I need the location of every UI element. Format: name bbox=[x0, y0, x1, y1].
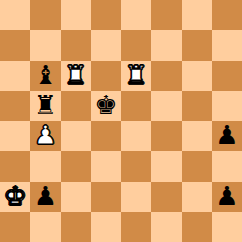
square-f4[interactable] bbox=[151, 121, 181, 151]
black-pawn: ♟ bbox=[34, 182, 57, 211]
square-c4[interactable] bbox=[61, 121, 91, 151]
square-c6[interactable]: ♜ bbox=[61, 61, 91, 91]
square-e5[interactable] bbox=[121, 91, 151, 121]
black-rook: ♜ bbox=[34, 91, 57, 120]
square-b8[interactable] bbox=[30, 0, 60, 30]
square-g2[interactable] bbox=[182, 182, 212, 212]
square-g3[interactable] bbox=[182, 151, 212, 181]
chess-board: ♝♜♜♜♚♟♟♚♟♟ bbox=[0, 0, 242, 242]
square-h2[interactable]: ♟ bbox=[212, 182, 242, 212]
square-a6[interactable] bbox=[0, 61, 30, 91]
square-d1[interactable] bbox=[91, 212, 121, 242]
square-a2[interactable]: ♚ bbox=[0, 182, 30, 212]
square-b4[interactable]: ♟ bbox=[30, 121, 60, 151]
square-a4[interactable] bbox=[0, 121, 30, 151]
square-d8[interactable] bbox=[91, 0, 121, 30]
square-h8[interactable] bbox=[212, 0, 242, 30]
square-e7[interactable] bbox=[121, 30, 151, 60]
square-d2[interactable] bbox=[91, 182, 121, 212]
square-h5[interactable] bbox=[212, 91, 242, 121]
black-king: ♚ bbox=[94, 91, 117, 120]
black-pawn: ♟ bbox=[215, 182, 238, 211]
square-b7[interactable] bbox=[30, 30, 60, 60]
square-b5[interactable]: ♜ bbox=[30, 91, 60, 121]
square-e2[interactable] bbox=[121, 182, 151, 212]
square-c2[interactable] bbox=[61, 182, 91, 212]
square-e4[interactable] bbox=[121, 121, 151, 151]
square-b6[interactable]: ♝ bbox=[30, 61, 60, 91]
square-g5[interactable] bbox=[182, 91, 212, 121]
square-f7[interactable] bbox=[151, 30, 181, 60]
square-c7[interactable] bbox=[61, 30, 91, 60]
square-d3[interactable] bbox=[91, 151, 121, 181]
square-f1[interactable] bbox=[151, 212, 181, 242]
square-c5[interactable] bbox=[61, 91, 91, 121]
square-c3[interactable] bbox=[61, 151, 91, 181]
square-c8[interactable] bbox=[61, 0, 91, 30]
square-h3[interactable] bbox=[212, 151, 242, 181]
square-d5[interactable]: ♚ bbox=[91, 91, 121, 121]
square-b1[interactable] bbox=[30, 212, 60, 242]
square-f2[interactable] bbox=[151, 182, 181, 212]
black-pawn: ♟ bbox=[215, 121, 238, 150]
square-f8[interactable] bbox=[151, 0, 181, 30]
square-f3[interactable] bbox=[151, 151, 181, 181]
square-b2[interactable]: ♟ bbox=[30, 182, 60, 212]
white-rook: ♜ bbox=[64, 61, 87, 90]
square-a1[interactable] bbox=[0, 212, 30, 242]
square-c1[interactable] bbox=[61, 212, 91, 242]
square-e3[interactable] bbox=[121, 151, 151, 181]
square-f5[interactable] bbox=[151, 91, 181, 121]
square-h6[interactable] bbox=[212, 61, 242, 91]
square-b3[interactable] bbox=[30, 151, 60, 181]
square-a5[interactable] bbox=[0, 91, 30, 121]
square-a3[interactable] bbox=[0, 151, 30, 181]
square-g4[interactable] bbox=[182, 121, 212, 151]
square-a8[interactable] bbox=[0, 0, 30, 30]
white-rook: ♜ bbox=[124, 61, 147, 90]
white-pawn: ♟ bbox=[34, 121, 57, 150]
square-f6[interactable] bbox=[151, 61, 181, 91]
black-bishop: ♝ bbox=[34, 61, 57, 90]
square-d4[interactable] bbox=[91, 121, 121, 151]
square-d6[interactable] bbox=[91, 61, 121, 91]
white-king: ♚ bbox=[3, 182, 26, 211]
square-g6[interactable] bbox=[182, 61, 212, 91]
square-e1[interactable] bbox=[121, 212, 151, 242]
square-h7[interactable] bbox=[212, 30, 242, 60]
square-g8[interactable] bbox=[182, 0, 212, 30]
square-h1[interactable] bbox=[212, 212, 242, 242]
square-a7[interactable] bbox=[0, 30, 30, 60]
square-e6[interactable]: ♜ bbox=[121, 61, 151, 91]
square-h4[interactable]: ♟ bbox=[212, 121, 242, 151]
square-g7[interactable] bbox=[182, 30, 212, 60]
square-g1[interactable] bbox=[182, 212, 212, 242]
square-e8[interactable] bbox=[121, 0, 151, 30]
square-d7[interactable] bbox=[91, 30, 121, 60]
